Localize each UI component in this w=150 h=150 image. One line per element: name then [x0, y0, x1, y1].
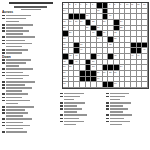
clue-number-mark	[2, 27, 5, 29]
clue-number-mark	[60, 102, 63, 104]
clue-line	[2, 106, 58, 108]
clue-line	[2, 15, 58, 17]
clue-text-bar	[110, 121, 130, 123]
clue-line-wrap	[106, 111, 149, 113]
clue-line	[106, 96, 149, 98]
clue-text-bar	[6, 62, 26, 64]
cell-number: 27	[97, 26, 99, 28]
clue-text-bar	[110, 102, 131, 104]
clue-line-wrap	[60, 99, 104, 101]
clue-line	[2, 40, 58, 42]
clue-number-mark	[60, 93, 63, 95]
clue-text-bar	[6, 33, 23, 35]
clue-text-bar	[6, 15, 32, 17]
clue-number-mark	[106, 105, 109, 107]
clue-text-bar	[6, 46, 22, 48]
clue-text-bar	[64, 111, 77, 113]
cell-number: 1	[63, 3, 64, 5]
clue-line-wrap	[106, 99, 149, 101]
clue-number-mark	[2, 52, 5, 54]
cell-number: 60	[63, 77, 65, 79]
clue-line	[2, 59, 58, 61]
cell-number: 13	[143, 3, 145, 5]
clue-number-mark	[106, 114, 109, 116]
cell-number: 32	[114, 31, 116, 33]
clue-number-mark	[106, 102, 109, 104]
cell-number: 23	[103, 20, 105, 22]
clue-number-mark	[2, 109, 5, 111]
clue-number-mark	[60, 105, 63, 107]
cell-number: 55	[63, 71, 65, 73]
clue-line	[106, 102, 149, 104]
clue-text-bar	[6, 30, 29, 32]
cell-number: 38	[109, 43, 111, 45]
clue-line	[2, 112, 58, 114]
clue-line-wrap	[2, 78, 58, 80]
cell-number: 42	[69, 54, 71, 56]
cell-number: 30	[92, 31, 94, 33]
cell-number: 61	[97, 77, 99, 79]
clue-text-bar	[6, 131, 27, 133]
clue-text-bar	[6, 81, 35, 83]
clue-text-bar	[6, 87, 32, 89]
clue-line	[2, 84, 58, 86]
clue-text-bar	[110, 108, 128, 110]
clue-number-mark	[60, 118, 63, 120]
cell-number: 29	[69, 31, 71, 33]
cell-number: 44	[97, 54, 99, 56]
cell-number: 9	[120, 3, 121, 5]
cell-number: 51	[63, 65, 65, 67]
cell-number: 40	[80, 48, 82, 50]
cell-number: 53	[92, 65, 94, 67]
clue-text-bar	[64, 121, 85, 123]
clue-number-mark	[2, 106, 5, 108]
title-line-bar	[9, 2, 53, 4]
cell-number: 17	[109, 14, 111, 16]
clue-text-bar	[6, 122, 23, 124]
clue-line	[2, 49, 58, 51]
cell-number: 21	[80, 20, 82, 22]
clue-text-bar	[6, 43, 32, 45]
clue-line	[2, 109, 58, 111]
clue-line	[2, 125, 58, 127]
cell-number: 62	[63, 82, 65, 84]
cell-number: 6	[92, 3, 93, 5]
clue-number-mark	[60, 114, 63, 116]
clue-text-bar	[64, 102, 86, 104]
clue-text-bar	[6, 49, 28, 51]
clue-text-bar	[6, 21, 19, 23]
clue-number-mark	[2, 125, 5, 127]
cell-number: 56	[97, 71, 99, 73]
clue-text-bar	[64, 93, 84, 95]
clue-number-mark	[106, 96, 109, 98]
clue-number-mark	[2, 72, 5, 74]
bottom-left-clue-column	[60, 93, 104, 149]
cell-number: 14	[63, 9, 65, 11]
title-line-bar	[21, 9, 41, 11]
clue-number-mark	[2, 122, 5, 124]
clue-line	[60, 114, 104, 116]
clue-text-bar	[110, 93, 130, 95]
clue-text-bar	[6, 106, 35, 108]
clue-number-mark	[106, 108, 109, 110]
clue-line	[106, 108, 149, 110]
cell-number: 45	[114, 54, 116, 56]
clue-number-mark	[2, 81, 5, 83]
clue-line-wrap	[2, 21, 58, 23]
clue-line-wrap	[2, 103, 58, 105]
clue-number-mark	[106, 121, 109, 123]
clue-text-bar	[6, 36, 35, 38]
down-clue-list	[2, 59, 58, 148]
clue-text-bar	[110, 111, 123, 113]
cell-number: 52	[69, 65, 71, 67]
clue-line	[60, 105, 104, 107]
clue-text-bar	[64, 114, 87, 116]
clue-text-bar	[64, 124, 77, 126]
clue-text-bar	[6, 65, 19, 67]
cell-number: 28	[120, 26, 122, 28]
clue-number-mark	[2, 24, 5, 26]
clue-number-mark	[2, 75, 5, 77]
cell-number: 25	[63, 26, 65, 28]
clue-line	[2, 62, 58, 64]
clue-text-bar	[6, 78, 23, 80]
clue-text-bar	[110, 124, 122, 126]
cell-number: 63	[114, 82, 116, 84]
clue-number-mark	[2, 15, 5, 17]
clue-text-bar	[6, 84, 25, 86]
clue-text-bar	[6, 24, 34, 26]
cell-number: 15	[97, 9, 99, 11]
across-clue-list	[2, 15, 58, 54]
clue-text-bar	[64, 96, 80, 98]
cell-number: 2	[69, 3, 70, 5]
clue-line	[2, 72, 58, 74]
clue-line	[106, 105, 149, 107]
cell-number: 37	[80, 43, 82, 45]
cell-number: 19	[69, 20, 71, 22]
clue-number-mark	[2, 68, 5, 70]
cell-number: 46	[131, 54, 133, 56]
clue-number-mark	[2, 112, 5, 114]
cell-number: 48	[63, 60, 65, 62]
clue-text-bar	[6, 112, 29, 114]
clue-line	[106, 93, 149, 95]
clue-line-wrap	[60, 124, 104, 126]
clue-number-mark	[2, 40, 5, 42]
clue-number-mark	[2, 97, 5, 99]
clue-line	[60, 102, 104, 104]
clue-text-bar	[6, 125, 30, 127]
clue-text-bar	[6, 109, 26, 111]
cell-number: 57	[103, 71, 105, 73]
clue-line-wrap	[2, 46, 58, 48]
clue-text-bar	[64, 99, 74, 101]
clue-line	[2, 24, 58, 26]
clue-line	[2, 18, 58, 20]
clue-number-mark	[106, 118, 109, 120]
clue-line	[2, 52, 58, 54]
cell-number: 8	[114, 3, 115, 5]
cell-number: 20	[75, 20, 77, 22]
clue-text-bar	[110, 114, 132, 116]
cell-number: 4	[80, 3, 81, 5]
cell-number: 11	[131, 3, 133, 5]
clue-line-wrap	[106, 124, 149, 126]
cell-number: 36	[63, 43, 65, 45]
clue-text-bar	[64, 108, 82, 110]
clue-line	[60, 108, 104, 110]
clue-text-bar	[6, 90, 22, 92]
clue-text-bar	[64, 118, 79, 120]
crossword-grid: 1234567891011121314151617181920212223242…	[62, 2, 149, 89]
cell-number: 58	[109, 71, 111, 73]
cell-number: 47	[137, 54, 139, 56]
clue-text-bar	[6, 18, 26, 20]
clue-line	[60, 118, 104, 120]
clue-number-mark	[60, 121, 63, 123]
clue-number-mark	[2, 36, 5, 38]
clue-text-bar	[6, 40, 25, 42]
cell-number: 59	[114, 71, 116, 73]
clue-number-mark	[2, 43, 5, 45]
clue-line-wrap	[2, 33, 58, 35]
clue-line	[106, 118, 149, 120]
clue-number-mark	[2, 93, 5, 95]
clue-number-mark	[60, 108, 63, 110]
cell-number: 7	[109, 3, 110, 5]
clue-text-bar	[6, 128, 24, 130]
clue-line	[2, 122, 58, 124]
clue-line-wrap	[2, 90, 58, 92]
clue-text-bar	[110, 118, 125, 120]
cell-number: 34	[97, 37, 99, 39]
clue-line	[2, 87, 58, 89]
clue-line	[60, 96, 104, 98]
clue-number-mark	[106, 93, 109, 95]
clue-text-bar	[6, 72, 23, 74]
cell-number: 33	[63, 37, 65, 39]
clue-text-bar	[110, 99, 120, 101]
cell-number: 26	[86, 26, 88, 28]
clue-text-bar	[6, 115, 23, 117]
clue-line	[2, 131, 58, 133]
clue-number-mark	[2, 118, 5, 120]
clue-text-bar	[6, 75, 29, 77]
cell-number: 18	[63, 20, 65, 22]
clue-line	[2, 36, 58, 38]
clue-text-bar	[6, 93, 28, 95]
down-header: Down	[2, 55, 11, 58]
cell-number: 50	[92, 60, 94, 62]
across-header: Across	[2, 10, 13, 13]
clue-number-mark	[2, 87, 5, 89]
clue-line	[106, 114, 149, 116]
clue-line	[2, 81, 58, 83]
cell-number: 5	[86, 3, 87, 5]
cell-number: 49	[75, 60, 77, 62]
clue-text-bar	[110, 96, 126, 98]
clue-number-mark	[2, 84, 5, 86]
clue-text-bar	[6, 103, 19, 105]
clue-text-bar	[6, 59, 32, 61]
clue-text-bar	[6, 100, 31, 102]
cell-number: 39	[63, 48, 65, 50]
clue-line-wrap	[2, 128, 58, 130]
clue-line	[2, 118, 58, 120]
clue-line	[2, 100, 58, 102]
cell-number: 24	[120, 20, 122, 22]
clue-line	[2, 30, 58, 32]
white-cell	[142, 82, 148, 88]
title-line-bar	[14, 6, 47, 8]
clue-line	[60, 121, 104, 123]
cell-number: 22	[92, 20, 94, 22]
clue-line	[2, 93, 58, 95]
clue-text-bar	[6, 118, 33, 120]
bottom-right-clue-column	[106, 93, 149, 149]
clue-number-mark	[2, 30, 5, 32]
cell-number: 10	[126, 3, 128, 5]
cell-number: 16	[86, 14, 88, 16]
clue-number-mark	[60, 96, 63, 98]
cell-number: 54	[120, 65, 122, 67]
clue-line	[2, 43, 58, 45]
clue-text-bar	[110, 105, 123, 107]
clue-text-bar	[6, 97, 22, 99]
clue-line	[2, 97, 58, 99]
clue-text-bar	[64, 105, 78, 107]
cell-number: 41	[143, 48, 145, 50]
clue-text-bar	[6, 52, 22, 54]
clue-line	[60, 93, 104, 95]
cell-number: 35	[114, 37, 116, 39]
clue-text-bar	[6, 68, 34, 70]
clue-number-mark	[2, 18, 5, 20]
clue-number-mark	[2, 62, 5, 64]
clue-line	[2, 68, 58, 70]
cell-number: 31	[103, 31, 105, 33]
cell-number: 12	[137, 3, 139, 5]
clue-line-wrap	[2, 65, 58, 67]
cell-number: 43	[75, 54, 77, 56]
clue-line	[2, 75, 58, 77]
clue-line	[2, 27, 58, 29]
cell-number: 3	[75, 3, 76, 5]
clue-text-bar	[6, 27, 23, 29]
clue-number-mark	[2, 59, 5, 61]
clue-number-mark	[2, 100, 5, 102]
clue-line-wrap	[2, 115, 58, 117]
clue-number-mark	[2, 49, 5, 51]
clue-number-mark	[2, 131, 5, 133]
clue-line	[106, 121, 149, 123]
clue-line-wrap	[60, 111, 104, 113]
